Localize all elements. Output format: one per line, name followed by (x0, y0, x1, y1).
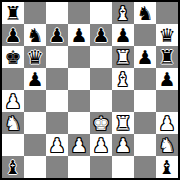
square-c1[interactable] (46, 156, 68, 178)
square-f1[interactable] (112, 156, 134, 178)
square-e1[interactable] (90, 156, 112, 178)
black-king[interactable]: ♚ (4, 46, 21, 68)
square-c2[interactable]: ♟ (46, 134, 68, 156)
chess-board-container: ♜♝♞♟♞♟♟♟♟♛♚♛♜♟♜♟♝♟♟♞♚♜♟♟♟♟♟♞♝♝ (0, 0, 180, 180)
square-c4[interactable] (46, 90, 68, 112)
black-pawn[interactable]: ♟ (26, 68, 43, 90)
square-e3[interactable]: ♚ (90, 112, 112, 134)
black-knight[interactable]: ♞ (26, 24, 43, 46)
black-queen[interactable]: ♛ (158, 24, 175, 46)
black-bishop[interactable]: ♝ (158, 156, 175, 178)
square-d3[interactable] (68, 112, 90, 134)
square-b8[interactable] (24, 2, 46, 24)
chess-board: ♜♝♞♟♞♟♟♟♟♛♚♛♜♟♜♟♝♟♟♞♚♜♟♟♟♟♟♞♝♝ (0, 0, 180, 180)
white-pawn[interactable]: ♟ (4, 90, 21, 112)
white-pawn[interactable]: ♟ (114, 134, 131, 156)
square-e6[interactable] (90, 46, 112, 68)
square-d1[interactable] (68, 156, 90, 178)
square-d2[interactable]: ♟ (68, 134, 90, 156)
white-rook[interactable]: ♜ (114, 112, 131, 134)
black-queen[interactable]: ♛ (26, 46, 43, 68)
square-d5[interactable] (68, 68, 90, 90)
white-king[interactable]: ♚ (92, 112, 109, 134)
square-h8[interactable] (156, 2, 178, 24)
white-pawn[interactable]: ♟ (158, 112, 175, 134)
square-g8[interactable]: ♞ (134, 2, 156, 24)
square-a2[interactable] (2, 134, 24, 156)
square-a4[interactable]: ♟ (2, 90, 24, 112)
square-f8[interactable]: ♝ (112, 2, 134, 24)
square-d4[interactable] (68, 90, 90, 112)
square-g1[interactable] (134, 156, 156, 178)
square-g2[interactable] (134, 134, 156, 156)
square-d8[interactable] (68, 2, 90, 24)
square-a8[interactable]: ♜ (2, 2, 24, 24)
square-h5[interactable]: ♟ (156, 68, 178, 90)
black-pawn[interactable]: ♟ (136, 46, 153, 68)
square-a1[interactable]: ♝ (2, 156, 24, 178)
square-e8[interactable] (90, 2, 112, 24)
square-h7[interactable]: ♛ (156, 24, 178, 46)
square-g6[interactable]: ♟ (134, 46, 156, 68)
square-c5[interactable] (46, 68, 68, 90)
square-c8[interactable] (46, 2, 68, 24)
square-g3[interactable] (134, 112, 156, 134)
square-b4[interactable] (24, 90, 46, 112)
white-pawn[interactable]: ♟ (70, 134, 87, 156)
white-knight[interactable]: ♞ (158, 134, 175, 156)
square-a5[interactable] (2, 68, 24, 90)
black-pawn[interactable]: ♟ (4, 24, 21, 46)
square-e7[interactable]: ♟ (90, 24, 112, 46)
square-h6[interactable]: ♜ (156, 46, 178, 68)
white-bishop[interactable]: ♝ (114, 2, 131, 24)
square-c7[interactable]: ♟ (46, 24, 68, 46)
square-b7[interactable]: ♞ (24, 24, 46, 46)
white-knight[interactable]: ♞ (4, 112, 21, 134)
square-f5[interactable]: ♝ (112, 68, 134, 90)
black-knight[interactable]: ♞ (136, 2, 153, 24)
white-pawn[interactable]: ♟ (48, 134, 65, 156)
square-a6[interactable]: ♚ (2, 46, 24, 68)
square-h1[interactable]: ♝ (156, 156, 178, 178)
square-f7[interactable]: ♟ (112, 24, 134, 46)
white-rook[interactable]: ♜ (114, 46, 131, 68)
square-a7[interactable]: ♟ (2, 24, 24, 46)
white-pawn[interactable]: ♟ (92, 134, 109, 156)
black-pawn[interactable]: ♟ (158, 68, 175, 90)
square-b6[interactable]: ♛ (24, 46, 46, 68)
square-e5[interactable] (90, 68, 112, 90)
black-bishop[interactable]: ♝ (4, 156, 21, 178)
square-g7[interactable] (134, 24, 156, 46)
square-f2[interactable]: ♟ (112, 134, 134, 156)
black-pawn[interactable]: ♟ (48, 24, 65, 46)
square-d6[interactable] (68, 46, 90, 68)
black-rook[interactable]: ♜ (158, 46, 175, 68)
square-b1[interactable] (24, 156, 46, 178)
square-h3[interactable]: ♟ (156, 112, 178, 134)
square-e4[interactable] (90, 90, 112, 112)
black-pawn[interactable]: ♟ (70, 24, 87, 46)
square-c6[interactable] (46, 46, 68, 68)
square-h4[interactable] (156, 90, 178, 112)
square-f4[interactable] (112, 90, 134, 112)
square-b5[interactable]: ♟ (24, 68, 46, 90)
square-b3[interactable] (24, 112, 46, 134)
black-pawn[interactable]: ♟ (92, 24, 109, 46)
square-g5[interactable] (134, 68, 156, 90)
square-a3[interactable]: ♞ (2, 112, 24, 134)
black-rook[interactable]: ♜ (4, 2, 21, 24)
square-d7[interactable]: ♟ (68, 24, 90, 46)
square-f6[interactable]: ♜ (112, 46, 134, 68)
square-e2[interactable]: ♟ (90, 134, 112, 156)
square-h2[interactable]: ♞ (156, 134, 178, 156)
white-bishop[interactable]: ♝ (114, 68, 131, 90)
square-b2[interactable] (24, 134, 46, 156)
black-pawn[interactable]: ♟ (114, 24, 131, 46)
square-f3[interactable]: ♜ (112, 112, 134, 134)
square-c3[interactable] (46, 112, 68, 134)
square-g4[interactable] (134, 90, 156, 112)
